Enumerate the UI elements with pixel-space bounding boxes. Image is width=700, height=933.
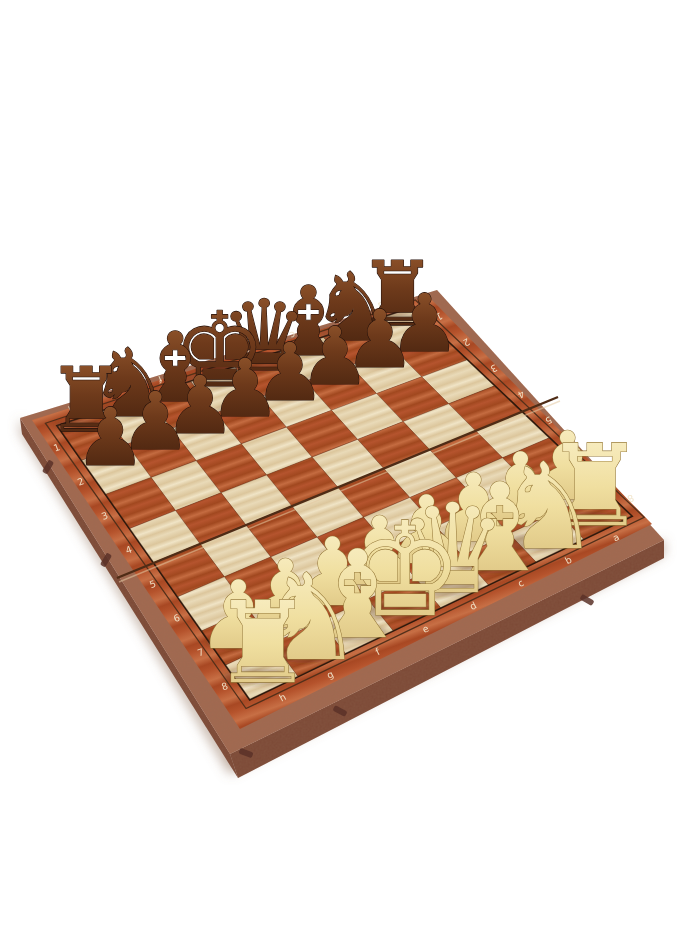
piece-light-rook-h8: ♜ [212, 578, 313, 709]
piece-dark-pawn-h2: ♟ [75, 391, 147, 484]
chessboard-product-photo: 1234567812345678abcdefghabcdefgh♜♞♟♝♟♛♟♚… [0, 0, 700, 933]
